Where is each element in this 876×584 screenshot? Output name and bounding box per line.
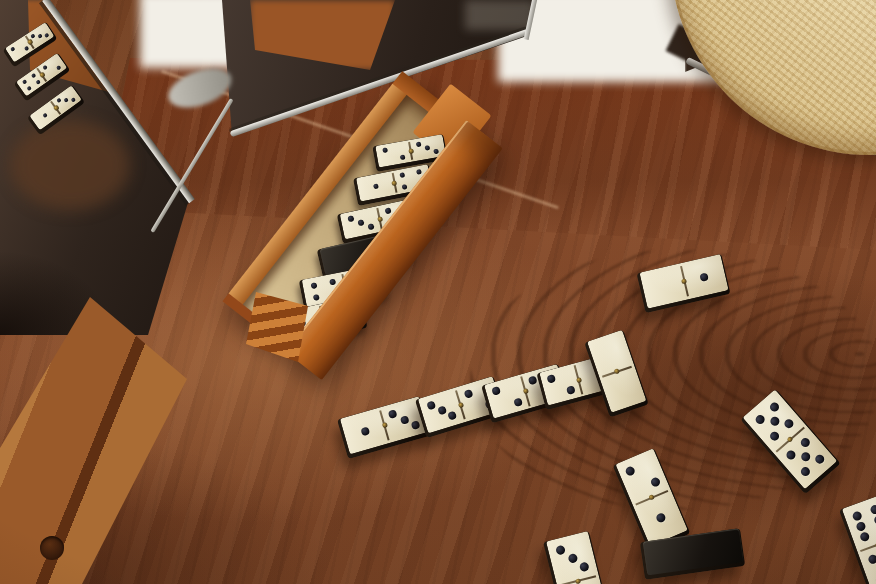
pip — [30, 32, 36, 38]
pip — [579, 561, 590, 572]
domino-divider-line — [379, 409, 390, 440]
pip — [854, 521, 866, 533]
pip — [42, 65, 48, 71]
domino-divider-line — [559, 575, 595, 584]
pip — [22, 79, 28, 85]
domino-half-4 — [557, 576, 610, 584]
loose-tile-3-cut — [543, 531, 612, 584]
domino-half-3 — [418, 388, 466, 434]
domino-divider-line — [455, 390, 466, 420]
pip — [63, 97, 69, 103]
domino-half-3 — [545, 531, 598, 584]
lid-thumb-notch — [40, 536, 64, 560]
pip — [56, 98, 62, 104]
pip — [866, 554, 876, 566]
wood-grain-figure — [470, 250, 876, 510]
pip — [399, 414, 409, 424]
pip — [56, 65, 62, 71]
domino-half-1 — [340, 407, 390, 454]
pip — [448, 411, 458, 421]
pip — [10, 45, 16, 51]
pip — [26, 86, 32, 92]
pip — [411, 420, 421, 430]
pip — [858, 531, 870, 543]
photo-dominoes-scene — [0, 0, 876, 584]
loose-tile-corner-cut — [839, 494, 876, 584]
pip — [36, 79, 42, 85]
pip — [71, 97, 77, 103]
domino-half-4 — [857, 537, 876, 584]
pip — [437, 406, 447, 416]
mirror-reflection-box-2 — [250, 0, 395, 70]
domino-half-6 — [841, 494, 876, 552]
brass-spinner — [457, 402, 463, 408]
pip — [44, 33, 50, 39]
brass-spinner — [574, 578, 580, 584]
pip — [554, 545, 565, 556]
loose-tile-face-down — [639, 528, 744, 580]
pip — [851, 511, 863, 523]
pip — [654, 511, 666, 523]
domino-divider-line — [860, 538, 876, 553]
pip — [37, 32, 43, 38]
pip — [360, 426, 370, 436]
pip — [869, 504, 876, 516]
pip — [426, 400, 436, 410]
mirror-reflection-light — [465, 0, 535, 30]
pip — [42, 113, 48, 119]
domino-half-3 — [379, 396, 429, 443]
chain-tile-1-3 — [337, 395, 431, 458]
pip — [31, 72, 37, 78]
pip — [566, 553, 577, 564]
pip — [24, 46, 30, 52]
pip — [388, 409, 398, 419]
brass-spinner — [381, 422, 387, 428]
